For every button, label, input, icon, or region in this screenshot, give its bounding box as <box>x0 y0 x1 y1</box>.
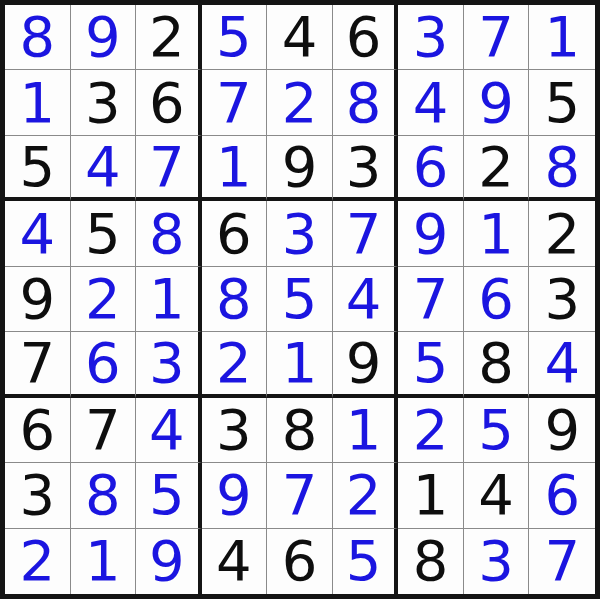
cell-r4c2[interactable]: 5 <box>71 201 137 266</box>
cell-r4c9[interactable]: 2 <box>529 201 595 266</box>
cell-r2c1[interactable]: 1 <box>5 70 71 135</box>
cell-r1c8[interactable]: 7 <box>464 5 530 70</box>
cell-r1c9[interactable]: 1 <box>529 5 595 70</box>
cell-r1c7[interactable]: 3 <box>398 5 464 70</box>
cell-r5c4[interactable]: 8 <box>202 267 268 332</box>
cell-r8c8[interactable]: 4 <box>464 463 530 528</box>
cell-r3c6[interactable]: 3 <box>333 136 399 201</box>
cell-r7c1[interactable]: 6 <box>5 398 71 463</box>
cell-r8c7[interactable]: 1 <box>398 463 464 528</box>
cell-r1c5[interactable]: 4 <box>267 5 333 70</box>
cell-r3c8[interactable]: 2 <box>464 136 530 201</box>
cell-r5c7[interactable]: 7 <box>398 267 464 332</box>
cell-r2c4[interactable]: 7 <box>202 70 268 135</box>
cell-r9c3[interactable]: 9 <box>136 529 202 594</box>
cell-r6c4[interactable]: 2 <box>202 332 268 397</box>
cell-r9c2[interactable]: 1 <box>71 529 137 594</box>
cell-r7c6[interactable]: 1 <box>333 398 399 463</box>
cell-r6c1[interactable]: 7 <box>5 332 71 397</box>
cell-r5c8[interactable]: 6 <box>464 267 530 332</box>
cell-r6c9[interactable]: 4 <box>529 332 595 397</box>
cell-r9c4[interactable]: 4 <box>202 529 268 594</box>
cell-r2c6[interactable]: 8 <box>333 70 399 135</box>
cell-r8c4[interactable]: 9 <box>202 463 268 528</box>
cell-r1c4[interactable]: 5 <box>202 5 268 70</box>
cell-r4c3[interactable]: 8 <box>136 201 202 266</box>
cell-r8c2[interactable]: 8 <box>71 463 137 528</box>
cell-r8c3[interactable]: 5 <box>136 463 202 528</box>
cell-r2c9[interactable]: 5 <box>529 70 595 135</box>
cell-r5c5[interactable]: 5 <box>267 267 333 332</box>
cell-r6c8[interactable]: 8 <box>464 332 530 397</box>
cell-r6c2[interactable]: 6 <box>71 332 137 397</box>
cell-r9c6[interactable]: 5 <box>333 529 399 594</box>
cell-r9c7[interactable]: 8 <box>398 529 464 594</box>
cell-r6c7[interactable]: 5 <box>398 332 464 397</box>
cell-r3c2[interactable]: 4 <box>71 136 137 201</box>
cell-r4c5[interactable]: 3 <box>267 201 333 266</box>
cell-r8c9[interactable]: 6 <box>529 463 595 528</box>
cell-r3c4[interactable]: 1 <box>202 136 268 201</box>
cell-r1c2[interactable]: 9 <box>71 5 137 70</box>
cell-r5c6[interactable]: 4 <box>333 267 399 332</box>
cell-r3c5[interactable]: 9 <box>267 136 333 201</box>
cell-r4c4[interactable]: 6 <box>202 201 268 266</box>
cell-r4c7[interactable]: 9 <box>398 201 464 266</box>
cell-r5c2[interactable]: 2 <box>71 267 137 332</box>
cell-r7c8[interactable]: 5 <box>464 398 530 463</box>
cell-r1c3[interactable]: 2 <box>136 5 202 70</box>
cell-r5c9[interactable]: 3 <box>529 267 595 332</box>
cell-r9c1[interactable]: 2 <box>5 529 71 594</box>
sudoku-app: 8925463711367284955471936284586379129218… <box>0 0 600 599</box>
cell-r6c3[interactable]: 3 <box>136 332 202 397</box>
cell-r7c7[interactable]: 2 <box>398 398 464 463</box>
cell-r8c5[interactable]: 7 <box>267 463 333 528</box>
cell-r9c9[interactable]: 7 <box>529 529 595 594</box>
cell-r2c8[interactable]: 9 <box>464 70 530 135</box>
cell-r9c8[interactable]: 3 <box>464 529 530 594</box>
cell-r1c1[interactable]: 8 <box>5 5 71 70</box>
cell-r3c3[interactable]: 7 <box>136 136 202 201</box>
cell-r8c6[interactable]: 2 <box>333 463 399 528</box>
cell-r7c9[interactable]: 9 <box>529 398 595 463</box>
cell-r5c1[interactable]: 9 <box>5 267 71 332</box>
cell-r6c5[interactable]: 1 <box>267 332 333 397</box>
cell-r5c3[interactable]: 1 <box>136 267 202 332</box>
cell-r9c5[interactable]: 6 <box>267 529 333 594</box>
cell-r6c6[interactable]: 9 <box>333 332 399 397</box>
sudoku-board: 8925463711367284955471936284586379129218… <box>0 0 600 599</box>
cell-r7c4[interactable]: 3 <box>202 398 268 463</box>
cell-r2c5[interactable]: 2 <box>267 70 333 135</box>
cell-r4c6[interactable]: 7 <box>333 201 399 266</box>
cell-r2c7[interactable]: 4 <box>398 70 464 135</box>
cell-r2c3[interactable]: 6 <box>136 70 202 135</box>
cell-r3c7[interactable]: 6 <box>398 136 464 201</box>
cell-r7c2[interactable]: 7 <box>71 398 137 463</box>
cell-r8c1[interactable]: 3 <box>5 463 71 528</box>
cell-r3c9[interactable]: 8 <box>529 136 595 201</box>
cell-r2c2[interactable]: 3 <box>71 70 137 135</box>
cell-r1c6[interactable]: 6 <box>333 5 399 70</box>
cell-r4c1[interactable]: 4 <box>5 201 71 266</box>
cell-r3c1[interactable]: 5 <box>5 136 71 201</box>
cell-r7c3[interactable]: 4 <box>136 398 202 463</box>
cell-r4c8[interactable]: 1 <box>464 201 530 266</box>
cell-r7c5[interactable]: 8 <box>267 398 333 463</box>
